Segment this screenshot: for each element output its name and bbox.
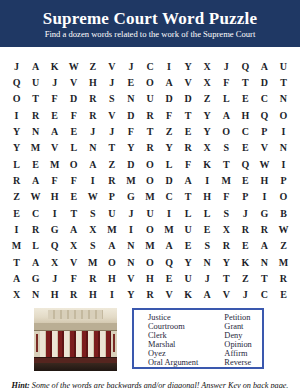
grid-cell[interactable]: A <box>217 107 236 123</box>
grid-cell[interactable]: K <box>198 156 217 172</box>
grid-cell[interactable]: M <box>7 238 26 254</box>
grid-cell[interactable]: R <box>140 140 159 156</box>
grid-cell[interactable]: O <box>274 107 293 123</box>
grid-cell[interactable]: Y <box>7 123 26 139</box>
grid-cell[interactable]: J <box>102 123 121 139</box>
grid-cell[interactable]: R <box>83 270 102 286</box>
hint-line: Hint: Some of the words are backwards an… <box>0 381 300 388</box>
grid-cell[interactable]: U <box>179 221 198 237</box>
grid-cell[interactable]: T <box>26 91 45 107</box>
grid-cell[interactable]: V <box>102 58 121 74</box>
word-list-right-column: PetitionGrantDenyOpinionAffirmReverse <box>224 314 251 367</box>
grid-cell[interactable]: F <box>121 123 140 139</box>
grid-cell[interactable]: E <box>179 123 198 139</box>
grid-cell[interactable]: E <box>198 221 217 237</box>
grid-cell[interactable]: N <box>121 238 140 254</box>
grid-cell[interactable]: F <box>179 156 198 172</box>
grid-cell[interactable]: J <box>102 74 121 90</box>
grid-cell[interactable]: F <box>217 189 236 205</box>
grid-cell[interactable]: I <box>255 189 274 205</box>
grid-cell[interactable]: N <box>255 254 274 270</box>
grid-cell[interactable]: M <box>160 221 179 237</box>
grid-cell[interactable]: V <box>121 270 140 286</box>
grid-cell[interactable]: Q <box>236 156 255 172</box>
grid-cell[interactable]: Y <box>198 107 217 123</box>
grid-cell[interactable]: Q <box>255 107 274 123</box>
grid-cell[interactable]: O <box>102 254 121 270</box>
grid-cell[interactable]: F <box>64 172 83 188</box>
word-list-item: Oral Argument <box>148 359 198 368</box>
grid-cell[interactable]: Z <box>160 123 179 139</box>
grid-cell[interactable]: E <box>179 238 198 254</box>
grid-cell[interactable]: Y <box>198 123 217 139</box>
grid-cell[interactable]: R <box>236 221 255 237</box>
supreme-court-courtroom-photo <box>34 308 117 371</box>
word-list-item: Reverse <box>224 359 251 368</box>
grid-cell[interactable]: R <box>255 221 274 237</box>
grid-cell[interactable]: Y <box>217 254 236 270</box>
grid-cell[interactable]: O <box>7 91 26 107</box>
grid-cell[interactable]: Q <box>7 74 26 90</box>
grid-cell[interactable]: M <box>121 172 140 188</box>
grid-cell[interactable]: I <box>160 205 179 221</box>
grid-cell[interactable]: H <box>45 287 64 303</box>
grid-cell[interactable]: Y <box>121 140 140 156</box>
grid-cell[interactable]: V <box>45 140 64 156</box>
word-search-grid: JAKWZVJCIYXJQAUQUJVHJEOAVXFTDTOTFDRSNUDD… <box>7 58 293 303</box>
grid-cell[interactable]: T <box>7 254 26 270</box>
grid-cell[interactable]: E <box>274 287 293 303</box>
grid-cell[interactable]: I <box>198 172 217 188</box>
grid-cell[interactable]: N <box>121 91 140 107</box>
grid-cell[interactable]: C <box>255 91 274 107</box>
grid-cell[interactable]: P <box>236 189 255 205</box>
grid-cell[interactable]: C <box>140 58 159 74</box>
grid-cell[interactable]: T <box>140 123 159 139</box>
grid-cell[interactable]: Y <box>179 58 198 74</box>
grid-cell[interactable]: V <box>102 107 121 123</box>
grid-cell[interactable]: O <box>140 254 159 270</box>
grid-cell[interactable]: A <box>255 238 274 254</box>
grid-cell[interactable]: O <box>140 172 159 188</box>
photo-frieze <box>34 323 117 331</box>
grid-cell[interactable]: I <box>7 107 26 123</box>
grid-cell[interactable]: F <box>217 74 236 90</box>
grid-cell[interactable]: G <box>255 205 274 221</box>
header-banner: Supreme Court Word Puzzle Find a dozen w… <box>0 0 300 47</box>
grid-cell[interactable]: O <box>274 189 293 205</box>
grid-cell[interactable]: T <box>255 270 274 286</box>
grid-cell[interactable]: E <box>26 156 45 172</box>
grid-cell[interactable]: E <box>160 270 179 286</box>
grid-cell[interactable]: A <box>160 238 179 254</box>
grid-cell[interactable]: F <box>45 172 64 188</box>
grid-cell[interactable]: Z <box>102 156 121 172</box>
grid-cell[interactable]: V <box>217 287 236 303</box>
grid-cell[interactable]: N <box>121 254 140 270</box>
grid-cell[interactable]: F <box>160 107 179 123</box>
grid-cell[interactable]: A <box>83 156 102 172</box>
grid-cell[interactable]: E <box>236 140 255 156</box>
grid-cell[interactable]: Y <box>179 254 198 270</box>
grid-cell[interactable]: V <box>255 140 274 156</box>
grid-cell[interactable]: T <box>179 189 198 205</box>
grid-cell[interactable]: K <box>45 58 64 74</box>
grid-cell[interactable]: R <box>274 270 293 286</box>
grid-cell[interactable]: H <box>140 270 159 286</box>
grid-cell[interactable]: I <box>160 58 179 74</box>
grid-cell[interactable]: M <box>140 189 159 205</box>
grid-cell[interactable]: M <box>102 221 121 237</box>
grid-cell[interactable]: H <box>102 270 121 286</box>
grid-cell[interactable]: Q <box>45 238 64 254</box>
grid-cell[interactable]: E <box>236 238 255 254</box>
grid-cell[interactable]: L <box>179 205 198 221</box>
grid-cell[interactable]: R <box>102 172 121 188</box>
grid-cell[interactable]: T <box>274 74 293 90</box>
grid-cell[interactable]: R <box>140 287 159 303</box>
grid-cell[interactable]: W <box>83 189 102 205</box>
puzzle-page: Supreme Court Word Puzzle Find a dozen w… <box>0 0 300 388</box>
grid-cell[interactable]: E <box>236 172 255 188</box>
grid-cell[interactable]: O <box>217 123 236 139</box>
grid-cell[interactable]: J <box>217 58 236 74</box>
grid-cell[interactable]: O <box>140 156 159 172</box>
grid-cell[interactable]: L <box>217 91 236 107</box>
grid-cell[interactable]: E <box>64 189 83 205</box>
grid-cell[interactable]: M <box>217 172 236 188</box>
grid-cell[interactable]: J <box>45 74 64 90</box>
hint-text: Some of the words are backwards and/or d… <box>32 381 289 388</box>
grid-cell[interactable]: R <box>26 107 45 123</box>
grid-cell[interactable]: U <box>179 270 198 286</box>
grid-cell[interactable]: N <box>198 254 217 270</box>
grid-cell[interactable]: X <box>198 74 217 90</box>
grid-cell[interactable]: Z <box>7 189 26 205</box>
grid-cell[interactable]: S <box>217 140 236 156</box>
grid-cell[interactable]: R <box>83 91 102 107</box>
grid-cell[interactable]: Y <box>160 140 179 156</box>
photo-foreground <box>34 363 117 371</box>
grid-cell[interactable]: F <box>45 91 64 107</box>
grid-cell[interactable]: Z <box>236 270 255 286</box>
grid-cell[interactable]: D <box>121 156 140 172</box>
grid-cell[interactable]: H <box>83 74 102 90</box>
grid-cell[interactable]: H <box>255 172 274 188</box>
photo-coffered-ceiling <box>48 310 103 319</box>
grid-cell[interactable]: S <box>102 91 121 107</box>
grid-cell[interactable]: B <box>274 205 293 221</box>
grid-cell[interactable]: A <box>255 58 274 74</box>
grid-cell[interactable]: A <box>198 287 217 303</box>
grid-cell[interactable]: J <box>83 123 102 139</box>
grid-cell[interactable]: V <box>160 287 179 303</box>
grid-cell[interactable]: M <box>83 254 102 270</box>
grid-cell[interactable]: G <box>121 189 140 205</box>
grid-cell[interactable]: G <box>26 270 45 286</box>
grid-cell[interactable]: I <box>83 172 102 188</box>
grid-cell[interactable]: W <box>26 189 45 205</box>
grid-cell[interactable]: Y <box>7 140 26 156</box>
grid-cell[interactable]: L <box>160 156 179 172</box>
grid-cell[interactable]: W <box>64 58 83 74</box>
grid-cell[interactable]: S <box>83 238 102 254</box>
grid-cell[interactable]: R <box>7 172 26 188</box>
grid-cell[interactable]: U <box>274 58 293 74</box>
grid-cell[interactable]: S <box>198 238 217 254</box>
grid-cell[interactable]: Q <box>236 58 255 74</box>
grid-cell[interactable]: P <box>255 123 274 139</box>
grid-cell[interactable]: K <box>236 254 255 270</box>
grid-cell[interactable]: I <box>45 205 64 221</box>
grid-cell[interactable]: G <box>45 221 64 237</box>
grid-cell[interactable]: S <box>83 205 102 221</box>
grid-cell[interactable]: I <box>7 221 26 237</box>
grid-cell[interactable]: A <box>64 221 83 237</box>
grid-cell[interactable]: T <box>217 156 236 172</box>
grid-cell[interactable]: X <box>198 140 217 156</box>
grid-cell[interactable]: S <box>217 205 236 221</box>
grid-cell[interactable]: V <box>179 74 198 90</box>
grid-cell[interactable]: D <box>121 107 140 123</box>
page-title: Supreme Court Word Puzzle <box>0 0 300 28</box>
grid-cell[interactable]: X <box>64 238 83 254</box>
grid-cell[interactable]: E <box>236 91 255 107</box>
grid-cell[interactable]: Z <box>83 58 102 74</box>
grid-cell[interactable]: Q <box>160 254 179 270</box>
grid-cell[interactable]: D <box>179 91 198 107</box>
grid-cell[interactable]: A <box>7 270 26 286</box>
grid-cell[interactable]: A <box>26 172 45 188</box>
grid-cell[interactable]: J <box>198 270 217 286</box>
grid-cell[interactable]: P <box>102 189 121 205</box>
grid-cell[interactable]: X <box>7 287 26 303</box>
grid-cell[interactable]: M <box>45 156 64 172</box>
grid-cell[interactable]: J <box>7 58 26 74</box>
grid-cell[interactable]: P <box>274 172 293 188</box>
grid-cell[interactable]: C <box>26 205 45 221</box>
photo-columns-and-drapes <box>40 331 111 357</box>
grid-cell[interactable]: D <box>64 91 83 107</box>
grid-cell[interactable]: O <box>64 156 83 172</box>
grid-cell[interactable]: V <box>64 74 83 90</box>
grid-cell[interactable]: V <box>64 254 83 270</box>
grid-cell[interactable]: R <box>140 107 159 123</box>
grid-cell[interactable]: H <box>45 189 64 205</box>
grid-cell[interactable]: F <box>64 107 83 123</box>
grid-cell[interactable]: N <box>26 123 45 139</box>
grid-cell[interactable]: Z <box>274 238 293 254</box>
grid-cell[interactable]: I <box>274 156 293 172</box>
grid-cell[interactable]: X <box>217 221 236 237</box>
grid-cell[interactable]: L <box>64 140 83 156</box>
grid-cell[interactable]: E <box>7 205 26 221</box>
grid-cell[interactable]: K <box>179 287 198 303</box>
grid-cell[interactable]: T <box>236 74 255 90</box>
grid-cell[interactable]: U <box>102 205 121 221</box>
grid-cell[interactable]: O <box>140 221 159 237</box>
grid-cell[interactable]: J <box>236 205 255 221</box>
grid-cell[interactable]: U <box>26 74 45 90</box>
grid-cell[interactable]: I <box>121 221 140 237</box>
grid-cell[interactable]: J <box>236 287 255 303</box>
grid-cell[interactable]: R <box>83 107 102 123</box>
grid-cell[interactable]: O <box>140 74 159 90</box>
grid-cell[interactable]: M <box>26 140 45 156</box>
grid-cell[interactable]: J <box>121 205 140 221</box>
grid-cell[interactable]: T <box>217 270 236 286</box>
grid-cell[interactable]: A <box>160 74 179 90</box>
grid-cell[interactable]: J <box>45 270 64 286</box>
grid-cell[interactable]: U <box>140 205 159 221</box>
grid-cell[interactable]: I <box>102 287 121 303</box>
photo-left-flag <box>36 334 38 352</box>
grid-cell[interactable]: H <box>236 107 255 123</box>
grid-cell[interactable]: R <box>179 140 198 156</box>
grid-cell[interactable]: H <box>198 189 217 205</box>
grid-cell[interactable]: M <box>140 238 159 254</box>
grid-cell[interactable]: I <box>274 123 293 139</box>
grid-cell[interactable]: D <box>255 74 274 90</box>
grid-cell[interactable]: L <box>7 156 26 172</box>
grid-cell[interactable]: A <box>45 123 64 139</box>
grid-cell[interactable]: C <box>160 189 179 205</box>
grid-cell[interactable]: Y <box>121 287 140 303</box>
grid-cell[interactable]: D <box>160 172 179 188</box>
hint-label: Hint: <box>12 381 30 388</box>
grid-cell[interactable]: U <box>140 91 159 107</box>
grid-cell[interactable]: F <box>64 270 83 286</box>
grid-cell[interactable]: M <box>274 254 293 270</box>
grid-cell[interactable]: N <box>274 91 293 107</box>
photo-right-flag <box>113 334 115 352</box>
page-subtitle: Find a dozen words related to the work o… <box>0 29 300 39</box>
grid-cell[interactable]: E <box>45 107 64 123</box>
grid-cell[interactable]: T <box>64 205 83 221</box>
grid-cell[interactable]: D <box>160 91 179 107</box>
grid-cell[interactable]: A <box>102 238 121 254</box>
word-list-left-column: JusticeCourtroomClerkMarshalOyezOral Arg… <box>148 314 198 367</box>
grid-cell[interactable]: E <box>64 123 83 139</box>
grid-cell[interactable]: E <box>121 74 140 90</box>
grid-cell[interactable]: R <box>64 287 83 303</box>
grid-cell[interactable]: A <box>179 172 198 188</box>
grid-cell[interactable]: N <box>83 140 102 156</box>
grid-cell[interactable]: R <box>217 238 236 254</box>
grid-cell[interactable]: L <box>198 205 217 221</box>
grid-cell[interactable]: C <box>255 287 274 303</box>
grid-cell[interactable]: X <box>45 254 64 270</box>
word-list-box: JusticeCourtroomClerkMarshalOyezOral Arg… <box>132 308 264 369</box>
grid-cell[interactable]: N <box>274 140 293 156</box>
grid-cell[interactable]: N <box>26 287 45 303</box>
grid-cell[interactable]: Z <box>198 91 217 107</box>
grid-cell[interactable]: T <box>179 107 198 123</box>
grid-cell[interactable]: T <box>102 140 121 156</box>
grid-cell[interactable]: J <box>121 58 140 74</box>
grid-cell[interactable]: W <box>274 221 293 237</box>
grid-cell[interactable]: X <box>83 221 102 237</box>
grid-cell[interactable]: C <box>236 123 255 139</box>
grid-cell[interactable]: W <box>255 156 274 172</box>
grid-cell[interactable]: A <box>26 58 45 74</box>
grid-cell[interactable]: X <box>198 58 217 74</box>
grid-cell[interactable]: R <box>26 221 45 237</box>
grid-cell[interactable]: H <box>83 287 102 303</box>
grid-cell[interactable]: A <box>26 254 45 270</box>
grid-cell[interactable]: L <box>26 238 45 254</box>
